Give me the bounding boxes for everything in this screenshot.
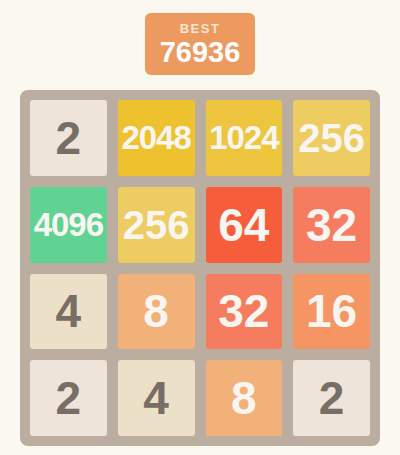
tile-r4c1-value-2: 2	[30, 360, 107, 436]
tile-r3c4-value-16: 16	[293, 274, 370, 350]
tile-r1c3-value-1024: 1024	[206, 100, 283, 176]
tile-r2c4-value-32: 32	[293, 187, 370, 263]
tile-r4c4-value-2: 2	[293, 360, 370, 436]
tile-r3c3-value-32: 32	[206, 274, 283, 350]
tile-r3c2-value-8: 8	[118, 274, 195, 350]
tile-r1c4-value-256: 256	[293, 100, 370, 176]
tile-r1c1-value-2: 2	[30, 100, 107, 176]
tile-r2c2-value-256: 256	[118, 187, 195, 263]
best-score-label: BEST	[180, 21, 221, 36]
tile-r1c2-value-2048: 2048	[118, 100, 195, 176]
board-grid[interactable]: 220481024256409625664324832162482	[20, 90, 380, 446]
tile-r2c3-value-64: 64	[206, 187, 283, 263]
tile-r4c3-value-8: 8	[206, 360, 283, 436]
tile-r3c1-value-4: 4	[30, 274, 107, 350]
best-score-box: BEST 76936	[145, 13, 255, 75]
tile-r4c2-value-4: 4	[118, 360, 195, 436]
tile-r2c1-value-4096: 4096	[30, 187, 107, 263]
best-score-value: 76936	[160, 37, 241, 67]
